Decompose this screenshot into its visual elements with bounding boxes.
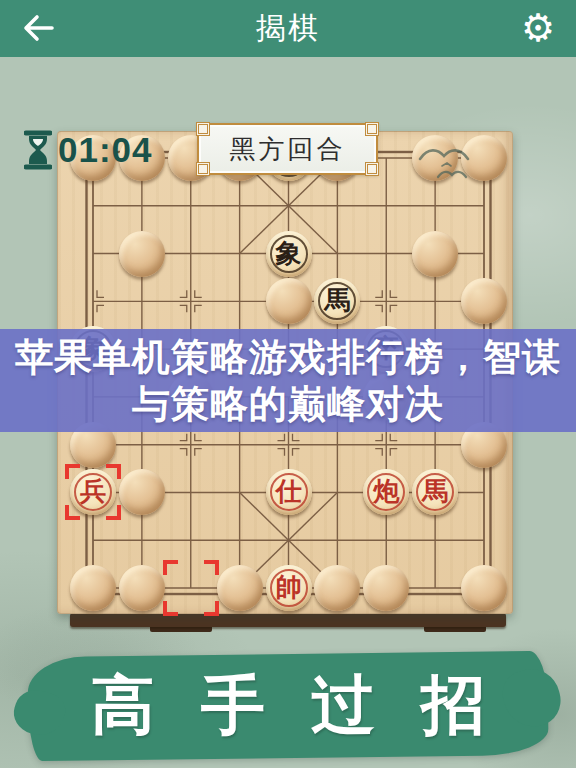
piece-ring	[367, 473, 405, 511]
birds-icon	[408, 133, 480, 197]
footer-calligraphy: 高手过招	[0, 662, 576, 749]
board-base	[70, 613, 506, 627]
piece-facedown[interactable]	[119, 565, 165, 611]
banner-scroll-ornament	[365, 162, 379, 176]
piece-black-馬[interactable]: 馬	[314, 278, 360, 324]
app-title: 揭棋	[256, 8, 320, 49]
piece-facedown[interactable]	[412, 231, 458, 277]
piece-red-兵[interactable]: 兵	[70, 469, 116, 515]
banner-scroll-ornament	[196, 162, 210, 176]
timer-value: 01:04	[58, 130, 153, 170]
piece-ring	[318, 282, 356, 320]
piece-facedown[interactable]	[266, 278, 312, 324]
piece-red-帥[interactable]: 帥	[266, 565, 312, 611]
turn-banner: 黑方回合	[197, 123, 378, 175]
piece-ring	[74, 473, 112, 511]
turn-label: 黑方回合	[230, 132, 346, 167]
caption-overlay: 苹果单机策略游戏排行榜，智谋 与策略的巅峰对决	[0, 329, 576, 432]
banner-scroll-ornament	[365, 122, 379, 136]
hud: 01:04 黑方回合	[0, 57, 576, 129]
piece-facedown[interactable]	[363, 565, 409, 611]
settings-button[interactable]: ⚙	[516, 4, 560, 52]
hourglass-icon	[24, 130, 52, 170]
piece-black-象[interactable]: 象	[266, 231, 312, 277]
piece-facedown[interactable]	[314, 565, 360, 611]
piece-facedown[interactable]	[119, 469, 165, 515]
piece-red-仕[interactable]: 仕	[266, 469, 312, 515]
piece-ring	[416, 473, 454, 511]
back-button[interactable]	[16, 8, 60, 48]
piece-facedown[interactable]	[461, 565, 507, 611]
piece-facedown[interactable]	[70, 565, 116, 611]
piece-facedown[interactable]	[217, 565, 263, 611]
footer-banner: 高手过招	[0, 640, 576, 768]
move-from-bracket	[163, 560, 219, 616]
piece-facedown[interactable]	[119, 231, 165, 277]
piece-facedown[interactable]	[461, 278, 507, 324]
piece-ring	[270, 473, 308, 511]
piece-red-馬[interactable]: 馬	[412, 469, 458, 515]
caption-line-2: 与策略的巅峰对决	[132, 381, 444, 428]
arrow-left-icon	[16, 8, 60, 48]
piece-ring	[270, 235, 308, 273]
caption-line-1: 苹果单机策略游戏排行榜，智谋	[15, 334, 561, 381]
banner-scroll-ornament	[196, 122, 210, 136]
top-bar: 揭棋 ⚙	[0, 0, 576, 57]
piece-red-炮[interactable]: 炮	[363, 469, 409, 515]
piece-ring	[270, 569, 308, 607]
